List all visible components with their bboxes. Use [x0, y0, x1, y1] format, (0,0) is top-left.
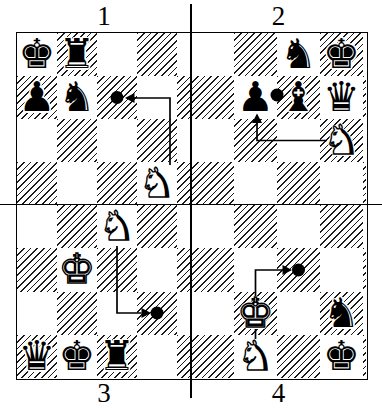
white-knight: ♞: [323, 120, 360, 161]
fragment2-square-r3c4: ♞: [320, 119, 363, 162]
fragment3-square-r2c1: [17, 248, 57, 291]
fragment-label-4: 4: [191, 378, 366, 408]
black-pawn: ♟: [19, 77, 56, 118]
white-knight: ♞: [237, 336, 274, 377]
fragment4-square-r2c4: [320, 248, 363, 291]
fragment2-square-r4c2: [234, 162, 277, 205]
fragment4-square-r1c4: [320, 205, 363, 248]
fragment3-square-r1c2: [57, 205, 97, 248]
fragment2-square-r3c3: [277, 119, 320, 162]
fragment3-square-r4c2: ♚: [57, 335, 97, 378]
black-knight: ♞: [59, 77, 96, 118]
white-king: ♚: [237, 293, 274, 334]
board-fragment-4: ♚♞♞♚: [191, 205, 366, 378]
fragment4-square-r2c2: [234, 248, 277, 291]
fragment4-square-r1c3: [277, 205, 320, 248]
fragment1-square-r2c3: [97, 76, 137, 119]
fragment3-square-r1c1: [17, 205, 57, 248]
fragment4-square-r1c2: [234, 205, 277, 248]
fragment4-square-r4c4: ♚: [320, 335, 363, 378]
board-fragment-2: ♞♚♟♝♛♞: [191, 33, 366, 205]
black-king: ♚: [59, 336, 96, 377]
fragment3-square-r4c3: ♜: [97, 335, 137, 378]
fragment3-square-r2c3: [97, 248, 137, 291]
board-fragment-3: ♞♚♛♚♜: [17, 205, 191, 378]
fragment4-square-r1c5: [363, 205, 366, 248]
fragment-label-2: 2: [191, 1, 366, 31]
fragment2-square-r4c5: [363, 162, 366, 205]
fragment1-square-r1c4: [137, 33, 177, 76]
fragment3-square-r1c4: [137, 205, 177, 248]
black-rook: ♜: [59, 34, 96, 75]
fragment1-square-r3c3: [97, 119, 137, 162]
fragment1-square-r3c4: [137, 119, 177, 162]
fragment4-square-r2c3: [277, 248, 320, 291]
fragment1-square-r2c4: [137, 76, 177, 119]
board-fragment-1: ♚♜♟♞♞: [17, 33, 191, 205]
black-queen: ♛: [19, 336, 56, 377]
black-king: ♚: [323, 34, 360, 75]
fragment2-square-r3c5: [363, 119, 366, 162]
fragment1-square-r2c2: ♞: [57, 76, 97, 119]
black-knight: ♞: [323, 293, 360, 334]
fragment1-square-r1c2: ♜: [57, 33, 97, 76]
fragment3-square-r2c2: ♚: [57, 248, 97, 291]
fragment3-square-r4c1: ♛: [17, 335, 57, 378]
fragment2-square-r1c1: [191, 33, 234, 76]
fragment1-square-r1c3: [97, 33, 137, 76]
fragment2-square-r3c1: [191, 119, 234, 162]
black-queen: ♛: [323, 77, 360, 118]
fragment1-square-r2c1: ♟: [17, 76, 57, 119]
fragment2-square-r3c2: [234, 119, 277, 162]
fragment4-square-r4c3: [277, 335, 320, 378]
fragment4-square-r1c1: [191, 205, 234, 248]
fragment2-square-r2c5: [363, 76, 366, 119]
fragment4-square-r2c1: [191, 248, 234, 291]
fragment4-square-r4c2: ♞: [234, 335, 277, 378]
horizontal-divider-line: [0, 204, 382, 206]
fragment2-square-r1c5: [363, 33, 366, 76]
fragment-label-3: 3: [17, 378, 191, 408]
fragment4-square-r3c2: ♚: [234, 292, 277, 335]
fragment3-square-r3c1: [17, 292, 57, 335]
fragment3-square-r4c4: [137, 335, 177, 378]
fragment4-square-r3c4: ♞: [320, 292, 363, 335]
fragment2-square-r2c1: [191, 76, 234, 119]
fragment2-square-r4c1: [191, 162, 234, 205]
fragment1-square-r4c2: [57, 162, 97, 205]
fragment1-square-r3c2: [57, 119, 97, 162]
black-pawn: ♟: [237, 77, 274, 118]
fragment3-square-r2c4: [137, 248, 177, 291]
fragment-label-1: 1: [17, 1, 191, 31]
fragment3-square-r3c3: [97, 292, 137, 335]
fragment1-square-r3c1: [17, 119, 57, 162]
fragment2-square-r1c3: ♞: [277, 33, 320, 76]
fragment1-square-r4c1: [17, 162, 57, 205]
vertical-divider-line: [190, 4, 192, 398]
black-rook: ♜: [99, 336, 136, 377]
fragment1-square-r4c4: ♞: [137, 162, 177, 205]
fragment1-square-r4c3: [97, 162, 137, 205]
white-king: ♚: [59, 249, 96, 290]
fragment3-square-r3c4: [137, 292, 177, 335]
fragment3-square-r3c2: [57, 292, 97, 335]
fragment2-square-r2c2: ♟: [234, 76, 277, 119]
chess-diagram-page: 1 2 ♚♜♟♞♞ ♞♚♟♝♛♞ ♞♚♛♚♜ ♚♞♞♚ 3 4: [0, 0, 382, 408]
fragment2-square-r2c4: ♛: [320, 76, 363, 119]
white-knight: ♞: [99, 206, 136, 247]
black-knight: ♞: [280, 34, 317, 75]
fragment3-square-r1c3: ♞: [97, 205, 137, 248]
fragment4-square-r2c5: [363, 248, 366, 291]
white-knight: ♞: [139, 163, 176, 204]
black-king: ♚: [323, 336, 360, 377]
fragment2-square-r4c4: [320, 162, 363, 205]
black-king: ♚: [19, 34, 56, 75]
fragment4-square-r4c1: [191, 335, 234, 378]
fragment4-square-r3c5: [363, 292, 366, 335]
fragment4-square-r4c5: [363, 335, 366, 378]
fragment4-square-r3c1: [191, 292, 234, 335]
black-bishop: ♝: [280, 77, 317, 118]
fragment2-square-r2c3: ♝: [277, 76, 320, 119]
fragment2-square-r1c4: ♚: [320, 33, 363, 76]
fragment2-square-r1c2: [234, 33, 277, 76]
fragment1-square-r1c1: ♚: [17, 33, 57, 76]
fragment4-square-r3c3: [277, 292, 320, 335]
fragment2-square-r4c3: [277, 162, 320, 205]
